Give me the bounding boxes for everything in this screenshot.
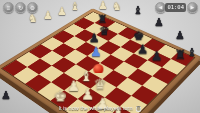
black-rook[interactable]: ♜: [173, 48, 187, 61]
next-move-button[interactable]: ▶: [187, 2, 198, 13]
black-rook[interactable]: ♜: [96, 13, 108, 24]
square-a1[interactable]: [2, 59, 27, 75]
captured-white-pawn: ♟: [98, 0, 108, 11]
captured-white-knight: ♞: [28, 13, 38, 24]
black-pawn[interactable]: ♟: [87, 31, 100, 43]
status-bar: It is now the white players turn: [59, 106, 142, 112]
white-pawn[interactable]: ♟: [79, 87, 95, 102]
captured-black-pawn: ♟: [1, 90, 11, 101]
rotate-icon: ↻: [18, 5, 23, 11]
menu-icon: ≡: [7, 5, 11, 11]
black-pawn[interactable]: ♟: [135, 42, 149, 55]
captured-white-knight: ♞: [112, 1, 122, 12]
black-pawn[interactable]: ♟: [88, 45, 102, 58]
black-pawn[interactable]: ♟: [149, 49, 163, 62]
capture-target-marker: [93, 64, 103, 74]
captured-black-bishop: ♝: [187, 47, 197, 58]
gear-icon: ⚙: [30, 5, 35, 11]
captured-white-bishop: ♝: [70, 1, 80, 12]
captured-white-pawn: ♟: [57, 6, 67, 17]
chess-app-window: ≡ ↻ ⚙ ◀ 01:04 ▶ ♜♚♜♛♟♟♟♟♝♛♟♟♟♟♚♜ It is n…: [0, 0, 200, 113]
rotate-view-button[interactable]: ↻: [15, 2, 26, 13]
menu-button[interactable]: ≡: [3, 2, 14, 13]
arrow-right-icon: ▶: [191, 5, 195, 10]
captured-black-bishop: ♝: [133, 5, 143, 16]
captured-black-pawn: ♟: [154, 17, 164, 28]
black-king[interactable]: ♚: [131, 29, 144, 41]
white-king[interactable]: ♚: [51, 88, 67, 103]
captured-white-pawn: ♟: [43, 10, 53, 21]
spinner-icon: [135, 106, 141, 112]
captured-black-pawn: ♟: [175, 30, 185, 41]
settings-button[interactable]: ⚙: [27, 2, 38, 13]
game-timer: 01:04: [165, 3, 186, 12]
arrow-left-icon: ◀: [159, 5, 163, 10]
previous-move-button[interactable]: ◀: [155, 2, 166, 13]
status-text: It is now the white players turn: [59, 106, 133, 112]
timer-value: 01:04: [167, 5, 184, 11]
